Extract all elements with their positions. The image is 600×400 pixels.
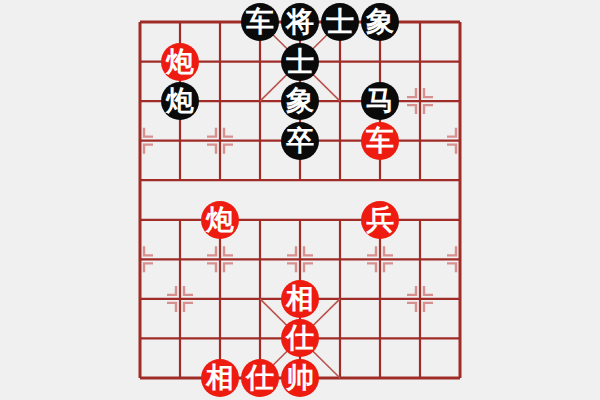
piece-black-general[interactable]: 将: [281, 3, 319, 41]
piece-black-soldier[interactable]: 卒: [281, 122, 319, 160]
piece-red-cannon[interactable]: 炮: [201, 201, 239, 239]
piece-red-advisor[interactable]: 仕: [241, 359, 279, 397]
piece-red-elephant[interactable]: 相: [281, 280, 319, 318]
piece-black-horse[interactable]: 马: [361, 82, 399, 120]
piece-red-advisor[interactable]: 仕: [281, 319, 319, 357]
piece-black-chariot[interactable]: 车: [241, 3, 279, 41]
piece-red-chariot[interactable]: 车: [361, 122, 399, 160]
piece-black-cannon[interactable]: 炮: [161, 82, 199, 120]
piece-black-advisor[interactable]: 士: [281, 43, 319, 81]
xiangqi-app: 车将士象炮士炮象马卒车炮兵相仕相仕帅: [0, 0, 600, 400]
piece-black-advisor[interactable]: 士: [321, 3, 359, 41]
piece-red-cannon[interactable]: 炮: [161, 43, 199, 81]
piece-black-elephant[interactable]: 象: [361, 3, 399, 41]
piece-red-soldier[interactable]: 兵: [361, 201, 399, 239]
piece-red-elephant[interactable]: 相: [201, 359, 239, 397]
piece-red-general[interactable]: 帅: [281, 359, 319, 397]
xiangqi-board: 车将士象炮士炮象马卒车炮兵相仕相仕帅: [140, 22, 460, 378]
piece-black-elephant[interactable]: 象: [281, 82, 319, 120]
pieces-grid: 车将士象炮士炮象马卒车炮兵相仕相仕帅: [120, 2, 480, 398]
